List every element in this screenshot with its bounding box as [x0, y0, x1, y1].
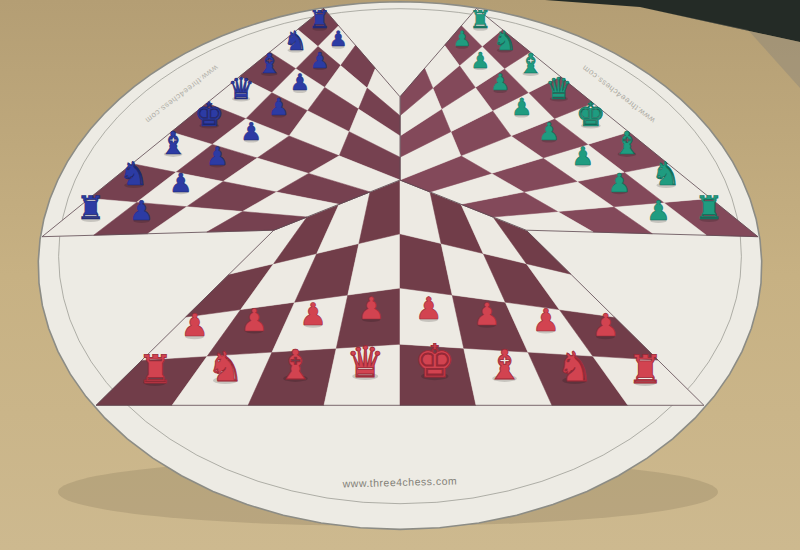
blue-king-4[interactable]: ♚: [194, 95, 224, 134]
red-queen-3[interactable]: ♛: [346, 337, 385, 387]
red-bishop-2[interactable]: ♝: [277, 341, 314, 389]
red-knight-6[interactable]: ♞: [556, 343, 593, 391]
blue-knight-6[interactable]: ♞: [119, 155, 148, 193]
green-rook-0[interactable]: ♜: [695, 189, 724, 227]
blue-bishop-2[interactable]: ♝: [257, 47, 282, 79]
blue-pawn-3[interactable]: ♟: [268, 93, 289, 121]
green-bishop-2[interactable]: ♝: [613, 125, 641, 161]
red-pawn-3[interactable]: ♟: [357, 291, 385, 326]
green-pawn-1[interactable]: ♟: [607, 168, 630, 198]
blue-pawn-2[interactable]: ♟: [290, 69, 310, 95]
three-player-chess-scene: www.three4chess.comwww.three4chess.comww…: [0, 0, 800, 550]
blue-knight-1[interactable]: ♞: [284, 25, 308, 56]
red-pawn-5[interactable]: ♟: [473, 296, 501, 332]
red-pawn-4[interactable]: ♟: [415, 291, 443, 326]
green-pawn-5[interactable]: ♟: [490, 69, 510, 95]
blue-pawn-0[interactable]: ♟: [329, 26, 348, 51]
red-rook-7[interactable]: ♜: [628, 347, 663, 392]
red-pawn-6[interactable]: ♟: [532, 302, 560, 338]
red-king-4[interactable]: ♚: [414, 335, 455, 388]
blue-pawn-7[interactable]: ♟: [129, 195, 153, 226]
green-pawn-0[interactable]: ♟: [646, 195, 670, 226]
green-pawn-3[interactable]: ♟: [538, 117, 560, 146]
blue-queen-3[interactable]: ♛: [228, 71, 255, 106]
green-knight-1[interactable]: ♞: [652, 155, 681, 193]
blue-rook-0[interactable]: ♜: [309, 6, 331, 34]
green-knight-6[interactable]: ♞: [493, 25, 517, 56]
green-pawn-6[interactable]: ♟: [471, 48, 491, 73]
green-pawn-7[interactable]: ♟: [452, 26, 471, 51]
blue-pawn-1[interactable]: ♟: [310, 48, 330, 73]
green-queen-4[interactable]: ♛: [545, 71, 572, 106]
red-pawn-2[interactable]: ♟: [299, 296, 327, 332]
green-king-3[interactable]: ♚: [576, 95, 606, 134]
green-rook-7[interactable]: ♜: [470, 6, 492, 34]
blue-pawn-4[interactable]: ♟: [240, 117, 262, 146]
red-rook-0[interactable]: ♜: [137, 347, 172, 392]
blue-bishop-5[interactable]: ♝: [159, 125, 187, 161]
red-knight-1[interactable]: ♞: [207, 343, 244, 391]
blue-pawn-6[interactable]: ♟: [169, 168, 192, 198]
blue-rook-7[interactable]: ♜: [76, 189, 105, 227]
red-pawn-0[interactable]: ♟: [180, 307, 208, 343]
green-pawn-4[interactable]: ♟: [511, 93, 532, 121]
green-bishop-5[interactable]: ♝: [518, 47, 543, 79]
three-player-chess-board: www.three4chess.comwww.three4chess.comww…: [0, 0, 800, 550]
blue-pawn-5[interactable]: ♟: [206, 142, 229, 171]
red-bishop-5[interactable]: ♝: [486, 341, 523, 389]
green-pawn-2[interactable]: ♟: [571, 142, 594, 171]
red-pawn-1[interactable]: ♟: [240, 302, 268, 338]
red-pawn-7[interactable]: ♟: [591, 307, 619, 343]
